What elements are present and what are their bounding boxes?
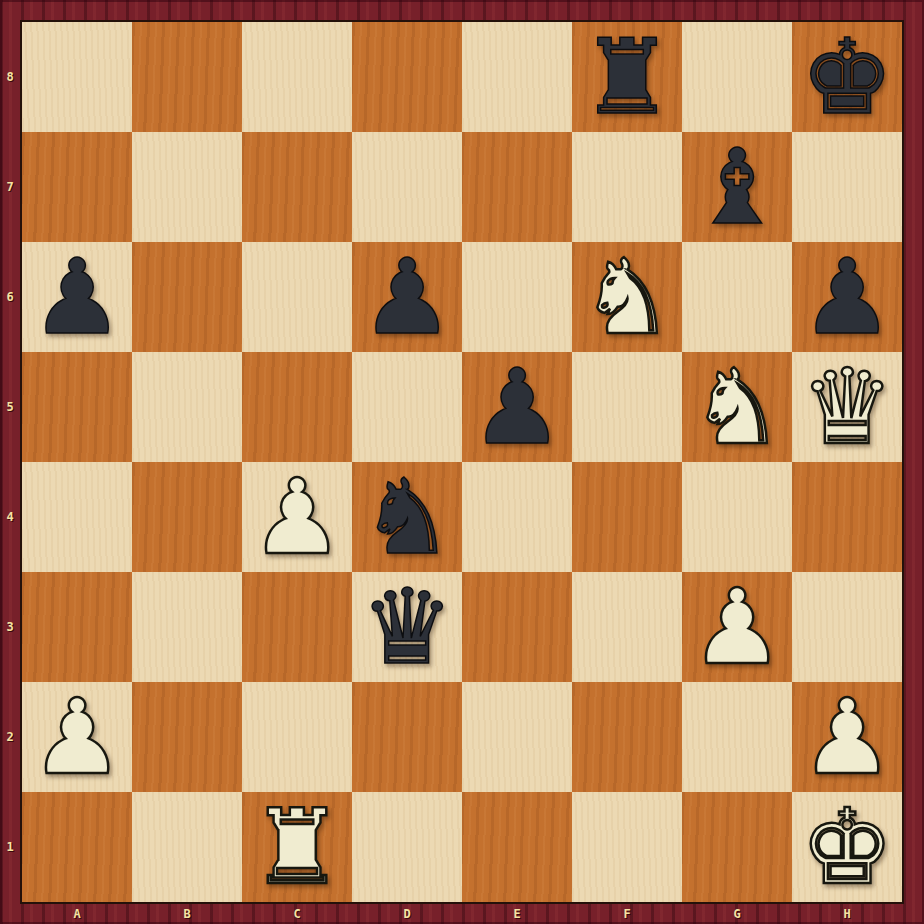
- square-c6[interactable]: [242, 242, 352, 352]
- square-e2[interactable]: [462, 682, 572, 792]
- square-a7[interactable]: [22, 132, 132, 242]
- square-a4[interactable]: [22, 462, 132, 572]
- black-queen-piece[interactable]: ♛: [360, 572, 453, 682]
- square-d6[interactable]: ♟: [352, 242, 462, 352]
- rank-label-5: 5: [0, 352, 20, 462]
- black-rook-piece[interactable]: ♜: [580, 22, 673, 132]
- file-label-e: E: [462, 904, 572, 924]
- board-frame: ♜♚♝♟♟♞♟♟♞♛♟♞♛♟♟♟♜♚ 87654321ABCDEFGH: [0, 0, 924, 924]
- square-c2[interactable]: [242, 682, 352, 792]
- rank-label-2: 2: [0, 682, 20, 792]
- white-pawn-piece[interactable]: ♟: [250, 462, 343, 572]
- square-e5[interactable]: ♟: [462, 352, 572, 462]
- white-pawn-piece[interactable]: ♟: [690, 572, 783, 682]
- white-rook-piece[interactable]: ♜: [250, 792, 343, 902]
- square-c1[interactable]: ♜: [242, 792, 352, 902]
- square-h2[interactable]: ♟: [792, 682, 902, 792]
- square-h8[interactable]: ♚: [792, 22, 902, 132]
- black-pawn-piece[interactable]: ♟: [470, 352, 563, 462]
- black-king-piece[interactable]: ♚: [800, 22, 893, 132]
- square-g2[interactable]: [682, 682, 792, 792]
- rank-label-7: 7: [0, 132, 20, 242]
- square-e1[interactable]: [462, 792, 572, 902]
- square-a5[interactable]: [22, 352, 132, 462]
- square-f7[interactable]: [572, 132, 682, 242]
- square-f8[interactable]: ♜: [572, 22, 682, 132]
- white-pawn-piece[interactable]: ♟: [30, 682, 123, 792]
- square-e4[interactable]: [462, 462, 572, 572]
- file-label-d: D: [352, 904, 462, 924]
- square-f1[interactable]: [572, 792, 682, 902]
- square-b7[interactable]: [132, 132, 242, 242]
- square-h5[interactable]: ♛: [792, 352, 902, 462]
- square-b4[interactable]: [132, 462, 242, 572]
- square-a8[interactable]: [22, 22, 132, 132]
- square-b5[interactable]: [132, 352, 242, 462]
- rank-label-3: 3: [0, 572, 20, 682]
- square-c8[interactable]: [242, 22, 352, 132]
- black-bishop-piece[interactable]: ♝: [690, 132, 783, 242]
- square-d5[interactable]: [352, 352, 462, 462]
- square-a1[interactable]: [22, 792, 132, 902]
- square-d8[interactable]: [352, 22, 462, 132]
- square-e7[interactable]: [462, 132, 572, 242]
- square-b8[interactable]: [132, 22, 242, 132]
- square-h6[interactable]: ♟: [792, 242, 902, 352]
- square-d4[interactable]: ♞: [352, 462, 462, 572]
- square-d2[interactable]: [352, 682, 462, 792]
- square-c3[interactable]: [242, 572, 352, 682]
- rank-label-6: 6: [0, 242, 20, 352]
- square-h7[interactable]: [792, 132, 902, 242]
- square-a6[interactable]: ♟: [22, 242, 132, 352]
- square-e3[interactable]: [462, 572, 572, 682]
- square-g4[interactable]: [682, 462, 792, 572]
- white-knight-piece[interactable]: ♞: [580, 242, 673, 352]
- square-f6[interactable]: ♞: [572, 242, 682, 352]
- square-e6[interactable]: [462, 242, 572, 352]
- square-h3[interactable]: [792, 572, 902, 682]
- file-label-c: C: [242, 904, 352, 924]
- square-d3[interactable]: ♛: [352, 572, 462, 682]
- chess-board: ♜♚♝♟♟♞♟♟♞♛♟♞♛♟♟♟♜♚: [20, 20, 904, 904]
- square-e8[interactable]: [462, 22, 572, 132]
- square-g6[interactable]: [682, 242, 792, 352]
- white-queen-piece[interactable]: ♛: [800, 352, 893, 462]
- file-label-h: H: [792, 904, 902, 924]
- square-h4[interactable]: [792, 462, 902, 572]
- square-a2[interactable]: ♟: [22, 682, 132, 792]
- square-g1[interactable]: [682, 792, 792, 902]
- square-d1[interactable]: [352, 792, 462, 902]
- rank-label-4: 4: [0, 462, 20, 572]
- square-f4[interactable]: [572, 462, 682, 572]
- square-c5[interactable]: [242, 352, 352, 462]
- file-label-f: F: [572, 904, 682, 924]
- square-c4[interactable]: ♟: [242, 462, 352, 572]
- white-pawn-piece[interactable]: ♟: [800, 682, 893, 792]
- square-g7[interactable]: ♝: [682, 132, 792, 242]
- square-b1[interactable]: [132, 792, 242, 902]
- square-d7[interactable]: [352, 132, 462, 242]
- white-knight-piece[interactable]: ♞: [690, 352, 783, 462]
- square-f2[interactable]: [572, 682, 682, 792]
- file-label-a: A: [22, 904, 132, 924]
- black-knight-piece[interactable]: ♞: [360, 462, 453, 572]
- square-f5[interactable]: [572, 352, 682, 462]
- rank-label-8: 8: [0, 22, 20, 132]
- black-pawn-piece[interactable]: ♟: [800, 242, 893, 352]
- square-b3[interactable]: [132, 572, 242, 682]
- square-h1[interactable]: ♚: [792, 792, 902, 902]
- file-label-g: G: [682, 904, 792, 924]
- black-pawn-piece[interactable]: ♟: [360, 242, 453, 352]
- rank-label-1: 1: [0, 792, 20, 902]
- white-king-piece[interactable]: ♚: [800, 792, 893, 902]
- square-f3[interactable]: [572, 572, 682, 682]
- square-g3[interactable]: ♟: [682, 572, 792, 682]
- square-b2[interactable]: [132, 682, 242, 792]
- square-g5[interactable]: ♞: [682, 352, 792, 462]
- square-g8[interactable]: [682, 22, 792, 132]
- square-c7[interactable]: [242, 132, 352, 242]
- square-b6[interactable]: [132, 242, 242, 352]
- file-label-b: B: [132, 904, 242, 924]
- square-a3[interactable]: [22, 572, 132, 682]
- black-pawn-piece[interactable]: ♟: [30, 242, 123, 352]
